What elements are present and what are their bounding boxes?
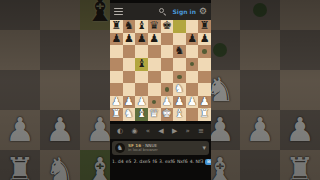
square-b5[interactable] bbox=[123, 58, 136, 71]
square-a1[interactable]: ♜ bbox=[110, 108, 123, 121]
square-g1 bbox=[240, 150, 280, 180]
square-a3 bbox=[0, 70, 40, 110]
analysis-toolbar: ◐◉«◀▶»≡ bbox=[110, 124, 211, 139]
piece-white-rook: ♜ bbox=[198, 108, 211, 121]
square-a5 bbox=[0, 0, 40, 30]
square-a2: ♟ bbox=[0, 110, 40, 150]
chess-board[interactable]: ♜♞♝♛♚♜♟♟♟♟♟♟♞♝♞♟♟♟♟♟♟♟♜♞♝♛♚♝♜ bbox=[110, 20, 211, 121]
square-a4 bbox=[0, 30, 40, 70]
square-g1[interactable] bbox=[186, 108, 199, 121]
square-c1[interactable]: ♝ bbox=[135, 108, 148, 121]
square-g5 bbox=[240, 0, 280, 30]
gear-icon[interactable]: ⚙ bbox=[199, 7, 207, 16]
piece-black-knight: ♞ bbox=[123, 20, 136, 33]
square-f6[interactable]: ♞ bbox=[173, 45, 186, 58]
square-a6[interactable] bbox=[110, 45, 123, 58]
square-h4 bbox=[280, 30, 320, 70]
settings-gear-icon[interactable]: ◉ bbox=[131, 124, 137, 139]
move-current[interactable]: Bc5 bbox=[205, 159, 211, 165]
piece-black-pawn: ♟ bbox=[186, 33, 199, 46]
square-e5[interactable] bbox=[161, 58, 174, 71]
step-back-icon[interactable]: ◀ bbox=[158, 124, 163, 139]
square-b3 bbox=[40, 70, 80, 110]
piece-white-queen: ♛ bbox=[148, 108, 161, 121]
square-a1: ♜ bbox=[0, 150, 40, 180]
square-f3[interactable]: ♞ bbox=[173, 83, 186, 96]
square-h1[interactable]: ♜ bbox=[198, 108, 211, 121]
square-h3 bbox=[280, 70, 320, 110]
piece-white-knight: ♞ bbox=[40, 150, 80, 180]
piece-white-knight: ♞ bbox=[173, 83, 186, 96]
square-b3[interactable] bbox=[123, 83, 136, 96]
piece-white-pawn: ♟ bbox=[186, 96, 199, 109]
search-lens bbox=[159, 8, 164, 13]
square-a8[interactable]: ♜ bbox=[110, 20, 123, 33]
piece-white-rook: ♜ bbox=[280, 150, 320, 180]
square-g2[interactable]: ♟ bbox=[186, 96, 199, 109]
square-d4[interactable] bbox=[148, 71, 161, 84]
square-e6[interactable] bbox=[161, 45, 174, 58]
engine-subtitle: in local browser bbox=[128, 148, 202, 153]
piece-white-rook: ♜ bbox=[0, 150, 40, 180]
square-h5[interactable] bbox=[198, 58, 211, 71]
square-h2: ♟ bbox=[280, 110, 320, 150]
step-forward-icon[interactable]: ▶ bbox=[172, 124, 177, 139]
square-b7[interactable]: ♟ bbox=[123, 33, 136, 46]
square-d1[interactable]: ♛ bbox=[148, 108, 161, 121]
square-b4[interactable] bbox=[123, 71, 136, 84]
piece-black-pawn: ♟ bbox=[198, 33, 211, 46]
square-e1[interactable]: ♚ bbox=[161, 108, 174, 121]
piece-black-knight: ♞ bbox=[173, 45, 186, 58]
move-item[interactable]: 3. exf6 bbox=[159, 159, 175, 164]
square-g4 bbox=[240, 30, 280, 70]
square-d3[interactable] bbox=[148, 83, 161, 96]
square-e7[interactable] bbox=[161, 33, 174, 46]
square-h3[interactable] bbox=[198, 83, 211, 96]
lichess-app: Sign in ⚙ ♜♞♝♛♚♜♟♟♟♟♟♟♞♝♞♟♟♟♟♟♟♟♜♞♝♛♚♝♜ … bbox=[110, 0, 211, 180]
square-a4[interactable] bbox=[110, 71, 123, 84]
piece-black-rook: ♜ bbox=[198, 20, 211, 33]
square-c3[interactable] bbox=[135, 83, 148, 96]
menu-icon[interactable] bbox=[114, 8, 123, 16]
search-handle bbox=[163, 13, 166, 16]
square-e4[interactable] bbox=[161, 71, 174, 84]
piece-black-rook: ♜ bbox=[110, 20, 123, 33]
square-d8[interactable]: ♛ bbox=[148, 20, 161, 33]
square-g4[interactable] bbox=[186, 71, 199, 84]
square-g7[interactable]: ♟ bbox=[186, 33, 199, 46]
piece-black-pawn: ♟ bbox=[148, 33, 161, 46]
chevron-down-icon[interactable]: ▾ bbox=[202, 141, 206, 155]
square-g6[interactable] bbox=[186, 45, 199, 58]
piece-black-pawn: ♟ bbox=[135, 33, 148, 46]
skip-to-start-icon[interactable]: « bbox=[146, 124, 150, 139]
move-item[interactable]: 4. Nf3 bbox=[190, 159, 204, 164]
square-d5[interactable] bbox=[148, 58, 161, 71]
square-h1: ♜ bbox=[280, 150, 320, 180]
engine-knight-glyph: ♞ bbox=[117, 143, 123, 153]
square-g2: ♟ bbox=[240, 110, 280, 150]
menu-list-icon[interactable]: ≡ bbox=[198, 124, 204, 139]
piece-white-bishop: ♝ bbox=[135, 108, 148, 121]
shorts-frame: ♜♞♝♛♚♜♟♟♟♟♟♟♞♝♞♟♟♟♟♟♟♟♜♞♝♛♚♝♜ Sign in ⚙ … bbox=[0, 0, 320, 180]
square-f8[interactable] bbox=[173, 20, 186, 33]
square-b8[interactable]: ♞ bbox=[123, 20, 136, 33]
square-h8[interactable]: ♜ bbox=[198, 20, 211, 33]
square-d6[interactable] bbox=[148, 45, 161, 58]
piece-white-pawn: ♟ bbox=[280, 110, 320, 150]
piece-white-pawn: ♟ bbox=[0, 110, 40, 150]
engine-knight-icon[interactable]: ♞ bbox=[115, 143, 125, 153]
piece-black-bishop: ♝ bbox=[135, 58, 148, 71]
sign-in-button[interactable]: Sign in bbox=[173, 8, 196, 15]
square-c7[interactable]: ♟ bbox=[135, 33, 148, 46]
square-a7[interactable]: ♟ bbox=[110, 33, 123, 46]
move-item[interactable]: 2. dxe5 bbox=[133, 159, 150, 164]
search-icon[interactable] bbox=[159, 8, 167, 16]
piece-white-bishop: ♝ bbox=[173, 108, 186, 121]
square-f5[interactable] bbox=[173, 58, 186, 71]
piece-white-knight: ♞ bbox=[123, 108, 136, 121]
square-c6[interactable] bbox=[135, 45, 148, 58]
piece-white-king: ♚ bbox=[161, 108, 174, 121]
square-h4[interactable] bbox=[198, 71, 211, 84]
move-list: 1. d4e52. dxe5f63. exf6Nxf64. Nf3Bc5 bbox=[110, 157, 211, 166]
piece-black-bishop: ♝ bbox=[135, 20, 148, 33]
square-c5[interactable]: ♝ bbox=[135, 58, 148, 71]
skip-to-end-icon[interactable]: » bbox=[186, 124, 190, 139]
square-e8[interactable]: ♚ bbox=[161, 20, 174, 33]
square-h5 bbox=[280, 0, 320, 30]
square-g3[interactable] bbox=[186, 83, 199, 96]
move-item[interactable]: f6 bbox=[153, 159, 158, 164]
square-b1: ♞ bbox=[40, 150, 80, 180]
move-item[interactable]: e5 bbox=[126, 159, 132, 164]
square-b5 bbox=[40, 0, 80, 30]
square-g5[interactable] bbox=[186, 58, 199, 71]
square-c4[interactable] bbox=[135, 71, 148, 84]
square-a5[interactable] bbox=[110, 58, 123, 71]
square-g8[interactable] bbox=[186, 20, 199, 33]
square-h6[interactable] bbox=[198, 45, 211, 58]
square-c8[interactable]: ♝ bbox=[135, 20, 148, 33]
piece-white-rook: ♜ bbox=[110, 108, 123, 121]
square-b1[interactable]: ♞ bbox=[123, 108, 136, 121]
piece-black-king: ♚ bbox=[161, 20, 174, 33]
square-b6[interactable] bbox=[123, 45, 136, 58]
piece-black-queen: ♛ bbox=[148, 20, 161, 33]
move-item[interactable]: Nxf6 bbox=[177, 159, 188, 164]
move-item[interactable]: 1. d4 bbox=[112, 159, 124, 164]
engine-panel[interactable]: ♞ SF 16 · NNUE in local browser ▾ bbox=[112, 141, 209, 155]
square-h7[interactable]: ♟ bbox=[198, 33, 211, 46]
engine-toggle-icon[interactable]: ◐ bbox=[117, 124, 123, 139]
square-g3 bbox=[240, 70, 280, 110]
square-b2: ♟ bbox=[40, 110, 80, 150]
square-e3[interactable] bbox=[161, 83, 174, 96]
square-f1[interactable]: ♝ bbox=[173, 108, 186, 121]
square-a3[interactable] bbox=[110, 83, 123, 96]
piece-black-pawn: ♟ bbox=[123, 33, 136, 46]
engine-info: SF 16 · NNUE in local browser bbox=[128, 143, 202, 153]
square-d7[interactable]: ♟ bbox=[148, 33, 161, 46]
app-bar: Sign in ⚙ bbox=[110, 3, 211, 20]
square-b4 bbox=[40, 30, 80, 70]
piece-black-pawn: ♟ bbox=[110, 33, 123, 46]
piece-white-pawn: ♟ bbox=[40, 110, 80, 150]
piece-white-pawn: ♟ bbox=[240, 110, 280, 150]
